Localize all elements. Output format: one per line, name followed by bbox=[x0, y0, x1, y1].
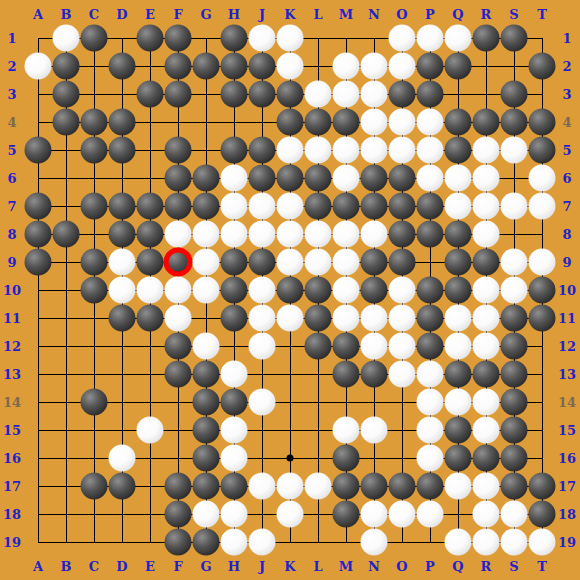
row-label-right-16: 16 bbox=[558, 452, 576, 465]
white-stone-S18[interactable] bbox=[501, 501, 528, 528]
star-point-K16 bbox=[287, 455, 294, 462]
black-stone-Q16[interactable] bbox=[445, 445, 472, 472]
white-stone-K18[interactable] bbox=[277, 501, 304, 528]
col-label-bottom-T: T bbox=[537, 560, 547, 573]
black-stone-C1[interactable] bbox=[81, 25, 108, 52]
black-stone-S4[interactable] bbox=[501, 109, 528, 136]
white-stone-G8[interactable] bbox=[193, 221, 220, 248]
row-label-right-5: 5 bbox=[562, 144, 571, 157]
white-stone-N2[interactable] bbox=[361, 53, 388, 80]
white-stone-E10[interactable] bbox=[137, 277, 164, 304]
col-label-bottom-P: P bbox=[425, 560, 435, 573]
white-stone-R8[interactable] bbox=[473, 221, 500, 248]
white-stone-Q1[interactable] bbox=[445, 25, 472, 52]
col-label-top-R: R bbox=[481, 8, 492, 21]
col-label-bottom-E: E bbox=[145, 560, 155, 573]
col-label-bottom-S: S bbox=[509, 560, 518, 573]
white-stone-Q17[interactable] bbox=[445, 473, 472, 500]
black-stone-C17[interactable] bbox=[81, 473, 108, 500]
black-stone-O17[interactable] bbox=[389, 473, 416, 500]
white-stone-J10[interactable] bbox=[249, 277, 276, 304]
black-stone-M7[interactable] bbox=[333, 193, 360, 220]
white-stone-R18[interactable] bbox=[473, 501, 500, 528]
black-stone-T5[interactable] bbox=[529, 137, 556, 164]
black-stone-G17[interactable] bbox=[193, 473, 220, 500]
row-label-left-14: 14 bbox=[3, 396, 21, 409]
white-stone-N3[interactable] bbox=[361, 81, 388, 108]
white-stone-K2[interactable] bbox=[277, 53, 304, 80]
black-stone-E8[interactable] bbox=[137, 221, 164, 248]
black-stone-H1[interactable] bbox=[221, 25, 248, 52]
white-stone-L8[interactable] bbox=[305, 221, 332, 248]
white-stone-Q14[interactable] bbox=[445, 389, 472, 416]
white-stone-R15[interactable] bbox=[473, 417, 500, 444]
black-stone-H14[interactable] bbox=[221, 389, 248, 416]
black-stone-C9[interactable] bbox=[81, 249, 108, 276]
row-label-right-1: 1 bbox=[562, 32, 571, 45]
white-stone-J8[interactable] bbox=[249, 221, 276, 248]
black-stone-P12[interactable] bbox=[417, 333, 444, 360]
black-stone-H17[interactable] bbox=[221, 473, 248, 500]
white-stone-Q12[interactable] bbox=[445, 333, 472, 360]
black-stone-S17[interactable] bbox=[501, 473, 528, 500]
white-stone-M6[interactable] bbox=[333, 165, 360, 192]
white-stone-K17[interactable] bbox=[277, 473, 304, 500]
black-stone-L6[interactable] bbox=[305, 165, 332, 192]
white-stone-H13[interactable] bbox=[221, 361, 248, 388]
white-stone-L17[interactable] bbox=[305, 473, 332, 500]
black-stone-N6[interactable] bbox=[361, 165, 388, 192]
white-stone-R12[interactable] bbox=[473, 333, 500, 360]
black-stone-F18[interactable] bbox=[165, 501, 192, 528]
white-stone-H19[interactable] bbox=[221, 529, 248, 556]
white-stone-J19[interactable] bbox=[249, 529, 276, 556]
white-stone-F11[interactable] bbox=[165, 305, 192, 332]
col-label-bottom-Q: Q bbox=[452, 560, 463, 573]
col-label-top-F: F bbox=[173, 8, 182, 21]
white-stone-O5[interactable] bbox=[389, 137, 416, 164]
white-stone-S19[interactable] bbox=[501, 529, 528, 556]
black-stone-O3[interactable] bbox=[389, 81, 416, 108]
white-stone-K1[interactable] bbox=[277, 25, 304, 52]
row-label-right-12: 12 bbox=[558, 340, 576, 353]
col-label-top-E: E bbox=[145, 8, 155, 21]
black-stone-H10[interactable] bbox=[221, 277, 248, 304]
white-stone-F10[interactable] bbox=[165, 277, 192, 304]
black-stone-G6[interactable] bbox=[193, 165, 220, 192]
black-stone-M12[interactable] bbox=[333, 333, 360, 360]
white-stone-H16[interactable] bbox=[221, 445, 248, 472]
row-label-right-17: 17 bbox=[558, 480, 576, 493]
black-stone-S3[interactable] bbox=[501, 81, 528, 108]
black-stone-Q2[interactable] bbox=[445, 53, 472, 80]
row-label-left-10: 10 bbox=[3, 284, 21, 297]
black-stone-E7[interactable] bbox=[137, 193, 164, 220]
row-label-right-13: 13 bbox=[558, 368, 576, 381]
black-stone-P7[interactable] bbox=[417, 193, 444, 220]
black-stone-R1[interactable] bbox=[473, 25, 500, 52]
white-stone-O2[interactable] bbox=[389, 53, 416, 80]
white-stone-J14[interactable] bbox=[249, 389, 276, 416]
black-stone-N13[interactable] bbox=[361, 361, 388, 388]
white-stone-R5[interactable] bbox=[473, 137, 500, 164]
black-stone-P3[interactable] bbox=[417, 81, 444, 108]
black-stone-S15[interactable] bbox=[501, 417, 528, 444]
black-stone-G16[interactable] bbox=[193, 445, 220, 472]
row-label-left-15: 15 bbox=[3, 424, 21, 437]
white-stone-H8[interactable] bbox=[221, 221, 248, 248]
black-stone-B8[interactable] bbox=[53, 221, 80, 248]
black-stone-T2[interactable] bbox=[529, 53, 556, 80]
white-stone-N19[interactable] bbox=[361, 529, 388, 556]
col-label-bottom-O: O bbox=[396, 560, 407, 573]
white-stone-N4[interactable] bbox=[361, 109, 388, 136]
black-stone-H9[interactable] bbox=[221, 249, 248, 276]
row-label-right-18: 18 bbox=[558, 508, 576, 521]
black-stone-N7[interactable] bbox=[361, 193, 388, 220]
white-stone-K7[interactable] bbox=[277, 193, 304, 220]
black-stone-J6[interactable] bbox=[249, 165, 276, 192]
white-stone-Q19[interactable] bbox=[445, 529, 472, 556]
row-label-left-17: 17 bbox=[3, 480, 21, 493]
black-stone-R9[interactable] bbox=[473, 249, 500, 276]
white-stone-N5[interactable] bbox=[361, 137, 388, 164]
black-stone-D5[interactable] bbox=[109, 137, 136, 164]
black-stone-A7[interactable] bbox=[25, 193, 52, 220]
col-label-top-S: S bbox=[509, 8, 518, 21]
black-stone-S11[interactable] bbox=[501, 305, 528, 332]
row-label-right-7: 7 bbox=[562, 200, 571, 213]
black-stone-G13[interactable] bbox=[193, 361, 220, 388]
black-stone-F5[interactable] bbox=[165, 137, 192, 164]
white-stone-D16[interactable] bbox=[109, 445, 136, 472]
white-stone-H15[interactable] bbox=[221, 417, 248, 444]
white-stone-S7[interactable] bbox=[501, 193, 528, 220]
col-label-bottom-D: D bbox=[116, 560, 127, 573]
white-stone-G9[interactable] bbox=[193, 249, 220, 276]
white-stone-R19[interactable] bbox=[473, 529, 500, 556]
white-stone-P14[interactable] bbox=[417, 389, 444, 416]
black-stone-T17[interactable] bbox=[529, 473, 556, 500]
black-stone-E9[interactable] bbox=[137, 249, 164, 276]
row-label-left-11: 11 bbox=[3, 312, 21, 325]
black-stone-L10[interactable] bbox=[305, 277, 332, 304]
black-stone-D11[interactable] bbox=[109, 305, 136, 332]
row-label-right-2: 2 bbox=[562, 60, 571, 73]
black-stone-J3[interactable] bbox=[249, 81, 276, 108]
white-stone-P13[interactable] bbox=[417, 361, 444, 388]
black-stone-D7[interactable] bbox=[109, 193, 136, 220]
col-label-top-Q: Q bbox=[452, 8, 463, 21]
white-stone-O13[interactable] bbox=[389, 361, 416, 388]
black-stone-M17[interactable] bbox=[333, 473, 360, 500]
black-stone-F3[interactable] bbox=[165, 81, 192, 108]
row-label-left-9: 9 bbox=[7, 256, 16, 269]
white-stone-R6[interactable] bbox=[473, 165, 500, 192]
black-stone-D2[interactable] bbox=[109, 53, 136, 80]
white-stone-H18[interactable] bbox=[221, 501, 248, 528]
black-stone-Q10[interactable] bbox=[445, 277, 472, 304]
black-stone-F12[interactable] bbox=[165, 333, 192, 360]
black-stone-Q9[interactable] bbox=[445, 249, 472, 276]
white-stone-K9[interactable] bbox=[277, 249, 304, 276]
black-stone-O7[interactable] bbox=[389, 193, 416, 220]
white-stone-L9[interactable] bbox=[305, 249, 332, 276]
col-label-top-O: O bbox=[396, 8, 407, 21]
black-stone-A9[interactable] bbox=[25, 249, 52, 276]
black-stone-G14[interactable] bbox=[193, 389, 220, 416]
white-stone-J7[interactable] bbox=[249, 193, 276, 220]
white-stone-A2[interactable] bbox=[25, 53, 52, 80]
white-stone-T7[interactable] bbox=[529, 193, 556, 220]
white-stone-R10[interactable] bbox=[473, 277, 500, 304]
white-stone-K5[interactable] bbox=[277, 137, 304, 164]
white-stone-T19[interactable] bbox=[529, 529, 556, 556]
black-stone-T11[interactable] bbox=[529, 305, 556, 332]
black-stone-F2[interactable] bbox=[165, 53, 192, 80]
black-stone-G7[interactable] bbox=[193, 193, 220, 220]
black-stone-O9[interactable] bbox=[389, 249, 416, 276]
black-stone-N10[interactable] bbox=[361, 277, 388, 304]
black-stone-N9[interactable] bbox=[361, 249, 388, 276]
white-stone-S10[interactable] bbox=[501, 277, 528, 304]
white-stone-O4[interactable] bbox=[389, 109, 416, 136]
white-stone-P1[interactable] bbox=[417, 25, 444, 52]
white-stone-D10[interactable] bbox=[109, 277, 136, 304]
black-stone-Q8[interactable] bbox=[445, 221, 472, 248]
black-stone-R16[interactable] bbox=[473, 445, 500, 472]
white-stone-P15[interactable] bbox=[417, 417, 444, 444]
white-stone-M3[interactable] bbox=[333, 81, 360, 108]
black-stone-F6[interactable] bbox=[165, 165, 192, 192]
white-stone-M5[interactable] bbox=[333, 137, 360, 164]
black-stone-Q4[interactable] bbox=[445, 109, 472, 136]
col-label-top-G: G bbox=[200, 8, 211, 21]
black-stone-L4[interactable] bbox=[305, 109, 332, 136]
black-stone-Q5[interactable] bbox=[445, 137, 472, 164]
white-stone-G18[interactable] bbox=[193, 501, 220, 528]
black-stone-K10[interactable] bbox=[277, 277, 304, 304]
col-label-bottom-F: F bbox=[173, 560, 182, 573]
white-stone-G12[interactable] bbox=[193, 333, 220, 360]
black-stone-O6[interactable] bbox=[389, 165, 416, 192]
row-label-left-7: 7 bbox=[7, 200, 16, 213]
black-stone-G2[interactable] bbox=[193, 53, 220, 80]
black-stone-B2[interactable] bbox=[53, 53, 80, 80]
white-stone-T6[interactable] bbox=[529, 165, 556, 192]
row-label-left-12: 12 bbox=[3, 340, 21, 353]
col-label-top-M: M bbox=[339, 8, 353, 21]
black-stone-T4[interactable] bbox=[529, 109, 556, 136]
white-stone-N15[interactable] bbox=[361, 417, 388, 444]
row-label-left-18: 18 bbox=[3, 508, 21, 521]
white-stone-K11[interactable] bbox=[277, 305, 304, 332]
black-stone-G15[interactable] bbox=[193, 417, 220, 444]
black-stone-M4[interactable] bbox=[333, 109, 360, 136]
col-label-top-P: P bbox=[425, 8, 435, 21]
black-stone-R4[interactable] bbox=[473, 109, 500, 136]
white-stone-L3[interactable] bbox=[305, 81, 332, 108]
white-stone-P6[interactable] bbox=[417, 165, 444, 192]
col-label-top-K: K bbox=[284, 8, 295, 21]
white-stone-Q11[interactable] bbox=[445, 305, 472, 332]
black-stone-K3[interactable] bbox=[277, 81, 304, 108]
white-stone-J17[interactable] bbox=[249, 473, 276, 500]
black-stone-Q15[interactable] bbox=[445, 417, 472, 444]
white-stone-Q6[interactable] bbox=[445, 165, 472, 192]
black-stone-P10[interactable] bbox=[417, 277, 444, 304]
white-stone-L5[interactable] bbox=[305, 137, 332, 164]
white-stone-N8[interactable] bbox=[361, 221, 388, 248]
white-stone-B1[interactable] bbox=[53, 25, 80, 52]
white-stone-O10[interactable] bbox=[389, 277, 416, 304]
white-stone-M2[interactable] bbox=[333, 53, 360, 80]
white-stone-H6[interactable] bbox=[221, 165, 248, 192]
white-stone-J1[interactable] bbox=[249, 25, 276, 52]
white-stone-S9[interactable] bbox=[501, 249, 528, 276]
black-stone-S16[interactable] bbox=[501, 445, 528, 472]
white-stone-R7[interactable] bbox=[473, 193, 500, 220]
black-stone-A8[interactable] bbox=[25, 221, 52, 248]
white-stone-F8[interactable] bbox=[165, 221, 192, 248]
white-stone-N18[interactable] bbox=[361, 501, 388, 528]
black-stone-S1[interactable] bbox=[501, 25, 528, 52]
white-stone-M8[interactable] bbox=[333, 221, 360, 248]
black-stone-J5[interactable] bbox=[249, 137, 276, 164]
black-stone-B4[interactable] bbox=[53, 109, 80, 136]
white-stone-E15[interactable] bbox=[137, 417, 164, 444]
black-stone-L12[interactable] bbox=[305, 333, 332, 360]
white-stone-J12[interactable] bbox=[249, 333, 276, 360]
white-stone-O12[interactable] bbox=[389, 333, 416, 360]
white-stone-M15[interactable] bbox=[333, 417, 360, 444]
white-stone-Q7[interactable] bbox=[445, 193, 472, 220]
black-stone-E1[interactable] bbox=[137, 25, 164, 52]
black-stone-C5[interactable] bbox=[81, 137, 108, 164]
black-stone-M18[interactable] bbox=[333, 501, 360, 528]
black-stone-C14[interactable] bbox=[81, 389, 108, 416]
row-label-right-4: 4 bbox=[562, 116, 571, 129]
black-stone-O8[interactable] bbox=[389, 221, 416, 248]
white-stone-G10[interactable] bbox=[193, 277, 220, 304]
black-stone-E11[interactable] bbox=[137, 305, 164, 332]
row-label-left-2: 2 bbox=[7, 60, 16, 73]
black-stone-L7[interactable] bbox=[305, 193, 332, 220]
black-stone-H3[interactable] bbox=[221, 81, 248, 108]
white-stone-P16[interactable] bbox=[417, 445, 444, 472]
black-stone-S13[interactable] bbox=[501, 361, 528, 388]
black-stone-D4[interactable] bbox=[109, 109, 136, 136]
col-label-top-C: C bbox=[89, 8, 99, 21]
row-label-right-3: 3 bbox=[562, 88, 571, 101]
black-stone-H2[interactable] bbox=[221, 53, 248, 80]
white-stone-N12[interactable] bbox=[361, 333, 388, 360]
col-label-bottom-G: G bbox=[200, 560, 211, 573]
black-stone-P17[interactable] bbox=[417, 473, 444, 500]
white-stone-P5[interactable] bbox=[417, 137, 444, 164]
black-stone-C7[interactable] bbox=[81, 193, 108, 220]
white-stone-H7[interactable] bbox=[221, 193, 248, 220]
black-stone-H5[interactable] bbox=[221, 137, 248, 164]
black-stone-D17[interactable] bbox=[109, 473, 136, 500]
black-stone-S14[interactable] bbox=[501, 389, 528, 416]
white-stone-O1[interactable] bbox=[389, 25, 416, 52]
white-stone-D9[interactable] bbox=[109, 249, 136, 276]
white-stone-P4[interactable] bbox=[417, 109, 444, 136]
black-stone-S12[interactable] bbox=[501, 333, 528, 360]
black-stone-J9[interactable] bbox=[249, 249, 276, 276]
black-stone-F13[interactable] bbox=[165, 361, 192, 388]
go-board[interactable]: AABBCCDDEEFFGGHHJJKKLLMMNNOOPPQQRRSSTT11… bbox=[0, 0, 580, 580]
white-stone-S5[interactable] bbox=[501, 137, 528, 164]
white-stone-K8[interactable] bbox=[277, 221, 304, 248]
black-stone-G19[interactable] bbox=[193, 529, 220, 556]
col-label-bottom-R: R bbox=[481, 560, 492, 573]
white-stone-T9[interactable] bbox=[529, 249, 556, 276]
white-stone-M10[interactable] bbox=[333, 277, 360, 304]
row-label-right-11: 11 bbox=[558, 312, 576, 325]
white-stone-M9[interactable] bbox=[333, 249, 360, 276]
row-label-left-16: 16 bbox=[3, 452, 21, 465]
black-stone-D8[interactable] bbox=[109, 221, 136, 248]
black-stone-F17[interactable] bbox=[165, 473, 192, 500]
black-stone-F9[interactable] bbox=[165, 249, 192, 276]
black-stone-F7[interactable] bbox=[165, 193, 192, 220]
black-stone-A5[interactable] bbox=[25, 137, 52, 164]
row-label-right-6: 6 bbox=[562, 172, 571, 185]
black-stone-R13[interactable] bbox=[473, 361, 500, 388]
col-label-bottom-L: L bbox=[313, 560, 322, 573]
black-stone-P8[interactable] bbox=[417, 221, 444, 248]
black-stone-K4[interactable] bbox=[277, 109, 304, 136]
row-label-left-3: 3 bbox=[7, 88, 16, 101]
white-stone-N11[interactable] bbox=[361, 305, 388, 332]
row-label-left-5: 5 bbox=[7, 144, 16, 157]
white-stone-R11[interactable] bbox=[473, 305, 500, 332]
black-stone-H11[interactable] bbox=[221, 305, 248, 332]
white-stone-M11[interactable] bbox=[333, 305, 360, 332]
white-stone-P18[interactable] bbox=[417, 501, 444, 528]
black-stone-E3[interactable] bbox=[137, 81, 164, 108]
white-stone-O11[interactable] bbox=[389, 305, 416, 332]
black-stone-P2[interactable] bbox=[417, 53, 444, 80]
black-stone-C4[interactable] bbox=[81, 109, 108, 136]
black-stone-J2[interactable] bbox=[249, 53, 276, 80]
white-stone-R14[interactable] bbox=[473, 389, 500, 416]
black-stone-L11[interactable] bbox=[305, 305, 332, 332]
black-stone-M16[interactable] bbox=[333, 445, 360, 472]
black-stone-B3[interactable] bbox=[53, 81, 80, 108]
black-stone-M13[interactable] bbox=[333, 361, 360, 388]
black-stone-T18[interactable] bbox=[529, 501, 556, 528]
black-stone-K6[interactable] bbox=[277, 165, 304, 192]
black-stone-Q13[interactable] bbox=[445, 361, 472, 388]
row-label-left-6: 6 bbox=[7, 172, 16, 185]
black-stone-F1[interactable] bbox=[165, 25, 192, 52]
col-label-top-A: A bbox=[33, 8, 43, 21]
black-stone-C10[interactable] bbox=[81, 277, 108, 304]
white-stone-J11[interactable] bbox=[249, 305, 276, 332]
black-stone-N17[interactable] bbox=[361, 473, 388, 500]
row-label-left-4: 4 bbox=[7, 116, 16, 129]
col-label-bottom-B: B bbox=[61, 560, 72, 573]
black-stone-F19[interactable] bbox=[165, 529, 192, 556]
col-label-bottom-M: M bbox=[339, 560, 353, 573]
white-stone-O18[interactable] bbox=[389, 501, 416, 528]
black-stone-T10[interactable] bbox=[529, 277, 556, 304]
white-stone-R17[interactable] bbox=[473, 473, 500, 500]
black-stone-P11[interactable] bbox=[417, 305, 444, 332]
